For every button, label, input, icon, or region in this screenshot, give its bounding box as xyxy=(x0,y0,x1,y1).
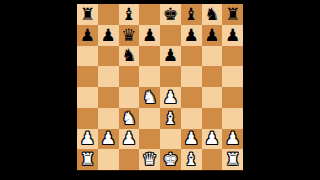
square-b3[interactable] xyxy=(98,108,119,129)
black-rook-piece[interactable]: ♜ xyxy=(225,5,240,22)
square-d4[interactable]: ♞ xyxy=(139,87,160,108)
square-g1[interactable] xyxy=(202,149,223,170)
square-c6[interactable]: ♞ xyxy=(119,46,140,67)
square-g8[interactable]: ♞ xyxy=(202,4,223,25)
square-h5[interactable] xyxy=(222,66,243,87)
square-f5[interactable] xyxy=(181,66,202,87)
white-bishop-piece[interactable]: ♝ xyxy=(163,109,178,126)
square-b2[interactable]: ♟ xyxy=(98,129,119,150)
square-h8[interactable]: ♜ xyxy=(222,4,243,25)
black-knight-piece[interactable]: ♞ xyxy=(204,5,219,22)
square-e4[interactable]: ♟ xyxy=(160,87,181,108)
black-pawn-piece[interactable]: ♟ xyxy=(204,26,219,43)
square-d2[interactable] xyxy=(139,129,160,150)
square-f6[interactable] xyxy=(181,46,202,67)
square-c1[interactable] xyxy=(119,149,140,170)
square-a5[interactable] xyxy=(77,66,98,87)
chess-app-stage: ♜♝♚♝♞♜♟♟♛♟♟♟♟♞♟♞♟♞♝♟♟♟♟♟♟♜♛♚♝♜ xyxy=(0,0,320,180)
black-king-piece[interactable]: ♚ xyxy=(163,5,178,22)
square-f4[interactable] xyxy=(181,87,202,108)
white-pawn-piece[interactable]: ♟ xyxy=(121,130,136,147)
square-a3[interactable] xyxy=(77,108,98,129)
black-pawn-piece[interactable]: ♟ xyxy=(184,26,199,43)
square-g5[interactable] xyxy=(202,66,223,87)
square-h6[interactable] xyxy=(222,46,243,67)
square-f8[interactable]: ♝ xyxy=(181,4,202,25)
square-f3[interactable] xyxy=(181,108,202,129)
square-f7[interactable]: ♟ xyxy=(181,25,202,46)
square-b4[interactable] xyxy=(98,87,119,108)
square-b6[interactable] xyxy=(98,46,119,67)
chess-board: ♜♝♚♝♞♜♟♟♛♟♟♟♟♞♟♞♟♞♝♟♟♟♟♟♟♜♛♚♝♜ xyxy=(77,4,243,170)
square-c3[interactable]: ♞ xyxy=(119,108,140,129)
square-g2[interactable]: ♟ xyxy=(202,129,223,150)
square-c5[interactable] xyxy=(119,66,140,87)
white-knight-piece[interactable]: ♞ xyxy=(142,88,157,105)
black-pawn-piece[interactable]: ♟ xyxy=(142,26,157,43)
square-e6[interactable]: ♟ xyxy=(160,46,181,67)
square-d6[interactable] xyxy=(139,46,160,67)
black-pawn-piece[interactable]: ♟ xyxy=(225,26,240,43)
black-queen-piece[interactable]: ♛ xyxy=(121,26,136,43)
square-b7[interactable]: ♟ xyxy=(98,25,119,46)
square-b1[interactable] xyxy=(98,149,119,170)
square-e8[interactable]: ♚ xyxy=(160,4,181,25)
square-g3[interactable] xyxy=(202,108,223,129)
white-pawn-piece[interactable]: ♟ xyxy=(184,130,199,147)
square-h7[interactable]: ♟ xyxy=(222,25,243,46)
black-pawn-piece[interactable]: ♟ xyxy=(101,26,116,43)
white-pawn-piece[interactable]: ♟ xyxy=(163,88,178,105)
square-c4[interactable] xyxy=(119,87,140,108)
square-f2[interactable]: ♟ xyxy=(181,129,202,150)
square-e2[interactable] xyxy=(160,129,181,150)
square-d8[interactable] xyxy=(139,4,160,25)
white-bishop-piece[interactable]: ♝ xyxy=(184,151,199,168)
square-d1[interactable]: ♛ xyxy=(139,149,160,170)
white-knight-piece[interactable]: ♞ xyxy=(121,109,136,126)
black-rook-piece[interactable]: ♜ xyxy=(80,5,95,22)
black-bishop-piece[interactable]: ♝ xyxy=(121,5,136,22)
square-b8[interactable] xyxy=(98,4,119,25)
square-d7[interactable]: ♟ xyxy=(139,25,160,46)
white-pawn-piece[interactable]: ♟ xyxy=(204,130,219,147)
square-a2[interactable]: ♟ xyxy=(77,129,98,150)
square-h2[interactable]: ♟ xyxy=(222,129,243,150)
square-b5[interactable] xyxy=(98,66,119,87)
square-a4[interactable] xyxy=(77,87,98,108)
white-rook-piece[interactable]: ♜ xyxy=(225,151,240,168)
square-e5[interactable] xyxy=(160,66,181,87)
square-h4[interactable] xyxy=(222,87,243,108)
square-g7[interactable]: ♟ xyxy=(202,25,223,46)
square-e7[interactable] xyxy=(160,25,181,46)
white-pawn-piece[interactable]: ♟ xyxy=(101,130,116,147)
white-pawn-piece[interactable]: ♟ xyxy=(80,130,95,147)
square-f1[interactable]: ♝ xyxy=(181,149,202,170)
square-c2[interactable]: ♟ xyxy=(119,129,140,150)
square-e3[interactable]: ♝ xyxy=(160,108,181,129)
white-queen-piece[interactable]: ♛ xyxy=(142,151,157,168)
square-h1[interactable]: ♜ xyxy=(222,149,243,170)
square-e1[interactable]: ♚ xyxy=(160,149,181,170)
white-king-piece[interactable]: ♚ xyxy=(163,151,178,168)
square-d5[interactable] xyxy=(139,66,160,87)
square-c8[interactable]: ♝ xyxy=(119,4,140,25)
black-knight-piece[interactable]: ♞ xyxy=(121,47,136,64)
white-pawn-piece[interactable]: ♟ xyxy=(225,130,240,147)
square-a1[interactable]: ♜ xyxy=(77,149,98,170)
square-a6[interactable] xyxy=(77,46,98,67)
black-pawn-piece[interactable]: ♟ xyxy=(163,47,178,64)
square-c7[interactable]: ♛ xyxy=(119,25,140,46)
square-d3[interactable] xyxy=(139,108,160,129)
square-g6[interactable] xyxy=(202,46,223,67)
square-a7[interactable]: ♟ xyxy=(77,25,98,46)
square-h3[interactable] xyxy=(222,108,243,129)
black-bishop-piece[interactable]: ♝ xyxy=(184,5,199,22)
square-a8[interactable]: ♜ xyxy=(77,4,98,25)
black-pawn-piece[interactable]: ♟ xyxy=(80,26,95,43)
square-g4[interactable] xyxy=(202,87,223,108)
white-rook-piece[interactable]: ♜ xyxy=(80,151,95,168)
